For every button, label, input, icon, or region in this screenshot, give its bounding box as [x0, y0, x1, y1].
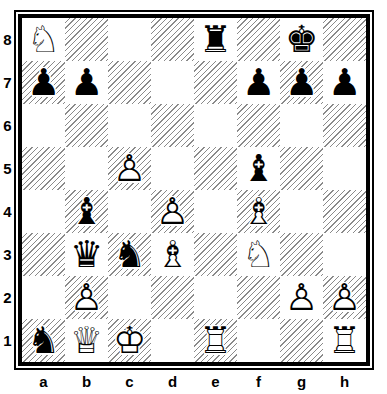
square-e4[interactable]: [194, 190, 237, 233]
rank-labels: 87654321: [0, 18, 15, 362]
black-knight-icon: ♞: [108, 233, 151, 276]
square-h6[interactable]: [323, 104, 366, 147]
square-h3[interactable]: [323, 233, 366, 276]
black-rook-icon: ♜: [194, 18, 237, 61]
file-label-e: e: [194, 371, 237, 392]
rank-label-2: 2: [0, 276, 15, 319]
black-bishop-icon: ♝: [65, 190, 108, 233]
rank-label-3: 3: [0, 233, 15, 276]
white-pawn-icon: ♙: [65, 276, 108, 319]
file-label-h: h: [323, 371, 366, 392]
black-queen-icon: ♛: [65, 233, 108, 276]
white-pawn-icon: ♙: [280, 276, 323, 319]
chess-diagram: 87654321 ♞♘♜♜♚♚♟♟♟♟♟♟♟♟♟♟♟♙♝♝♝♝♟♙♝♗♛♛♞♞♝…: [0, 0, 387, 394]
white-knight-icon: ♘: [22, 18, 65, 61]
square-a3[interactable]: [22, 233, 65, 276]
square-d7[interactable]: [151, 61, 194, 104]
square-a7[interactable]: ♟♟: [22, 61, 65, 104]
square-e8[interactable]: ♜♜: [194, 18, 237, 61]
square-e2[interactable]: [194, 276, 237, 319]
square-b2[interactable]: ♟♙: [65, 276, 108, 319]
square-b3[interactable]: ♛♛: [65, 233, 108, 276]
white-queen-icon: ♕: [65, 319, 108, 362]
square-g3[interactable]: [280, 233, 323, 276]
square-c6[interactable]: [108, 104, 151, 147]
rank-label-5: 5: [0, 147, 15, 190]
square-g1[interactable]: [280, 319, 323, 362]
file-label-d: d: [151, 371, 194, 392]
file-label-b: b: [65, 371, 108, 392]
white-pawn-icon: ♙: [151, 190, 194, 233]
black-knight-icon: ♞: [22, 319, 65, 362]
square-d4[interactable]: ♟♙: [151, 190, 194, 233]
square-a8[interactable]: ♞♘: [22, 18, 65, 61]
board: ♞♘♜♜♚♚♟♟♟♟♟♟♟♟♟♟♟♙♝♝♝♝♟♙♝♗♛♛♞♞♝♗♞♘♟♙♟♙♟♙…: [18, 14, 370, 366]
square-b4[interactable]: ♝♝: [65, 190, 108, 233]
square-c3[interactable]: ♞♞: [108, 233, 151, 276]
square-d6[interactable]: [151, 104, 194, 147]
black-pawn-icon: ♟: [65, 61, 108, 104]
square-d5[interactable]: [151, 147, 194, 190]
rank-label-6: 6: [0, 104, 15, 147]
square-f6[interactable]: [237, 104, 280, 147]
white-rook-icon: ♖: [323, 319, 366, 362]
white-pawn-icon: ♙: [108, 147, 151, 190]
square-c1[interactable]: ♚♔: [108, 319, 151, 362]
white-king-icon: ♔: [108, 319, 151, 362]
square-h8[interactable]: [323, 18, 366, 61]
rank-label-1: 1: [0, 319, 15, 362]
square-f7[interactable]: ♟♟: [237, 61, 280, 104]
square-g2[interactable]: ♟♙: [280, 276, 323, 319]
board-frame: ♞♘♜♜♚♚♟♟♟♟♟♟♟♟♟♟♟♙♝♝♝♝♟♙♝♗♛♛♞♞♝♗♞♘♟♙♟♙♟♙…: [14, 10, 374, 370]
black-king-icon: ♚: [280, 18, 323, 61]
file-label-a: a: [22, 371, 65, 392]
square-a5[interactable]: [22, 147, 65, 190]
square-d2[interactable]: [151, 276, 194, 319]
square-h4[interactable]: [323, 190, 366, 233]
square-a1[interactable]: ♞♞: [22, 319, 65, 362]
white-rook-icon: ♖: [194, 319, 237, 362]
black-pawn-icon: ♟: [22, 61, 65, 104]
square-b1[interactable]: ♛♕: [65, 319, 108, 362]
white-bishop-icon: ♗: [237, 190, 280, 233]
square-f3[interactable]: ♞♘: [237, 233, 280, 276]
square-h5[interactable]: [323, 147, 366, 190]
square-b6[interactable]: [65, 104, 108, 147]
square-e7[interactable]: [194, 61, 237, 104]
square-g7[interactable]: ♟♟: [280, 61, 323, 104]
white-pawn-icon: ♙: [323, 276, 366, 319]
square-b8[interactable]: [65, 18, 108, 61]
square-h1[interactable]: ♜♖: [323, 319, 366, 362]
square-d8[interactable]: [151, 18, 194, 61]
white-bishop-icon: ♗: [151, 233, 194, 276]
square-a2[interactable]: [22, 276, 65, 319]
square-g4[interactable]: [280, 190, 323, 233]
white-knight-icon: ♘: [237, 233, 280, 276]
file-labels: abcdefgh: [22, 371, 366, 392]
rank-label-8: 8: [0, 18, 15, 61]
square-f2[interactable]: [237, 276, 280, 319]
square-e5[interactable]: [194, 147, 237, 190]
square-f1[interactable]: [237, 319, 280, 362]
square-g6[interactable]: [280, 104, 323, 147]
square-h2[interactable]: ♟♙: [323, 276, 366, 319]
square-c5[interactable]: ♟♙: [108, 147, 151, 190]
square-g8[interactable]: ♚♚: [280, 18, 323, 61]
square-b7[interactable]: ♟♟: [65, 61, 108, 104]
square-c8[interactable]: [108, 18, 151, 61]
square-f5[interactable]: ♝♝: [237, 147, 280, 190]
file-label-f: f: [237, 371, 280, 392]
square-c4[interactable]: [108, 190, 151, 233]
square-f8[interactable]: [237, 18, 280, 61]
file-label-c: c: [108, 371, 151, 392]
square-e3[interactable]: [194, 233, 237, 276]
square-g5[interactable]: [280, 147, 323, 190]
square-b5[interactable]: [65, 147, 108, 190]
file-label-g: g: [280, 371, 323, 392]
square-e1[interactable]: ♜♖: [194, 319, 237, 362]
rank-label-7: 7: [0, 61, 15, 104]
square-h7[interactable]: ♟♟: [323, 61, 366, 104]
square-f4[interactable]: ♝♗: [237, 190, 280, 233]
square-c7[interactable]: [108, 61, 151, 104]
square-d1[interactable]: [151, 319, 194, 362]
rank-label-4: 4: [0, 190, 15, 233]
square-c2[interactable]: [108, 276, 151, 319]
square-a4[interactable]: [22, 190, 65, 233]
black-bishop-icon: ♝: [237, 147, 280, 190]
black-pawn-icon: ♟: [323, 61, 366, 104]
square-a6[interactable]: [22, 104, 65, 147]
square-d3[interactable]: ♝♗: [151, 233, 194, 276]
square-e6[interactable]: [194, 104, 237, 147]
black-pawn-icon: ♟: [237, 61, 280, 104]
black-pawn-icon: ♟: [280, 61, 323, 104]
